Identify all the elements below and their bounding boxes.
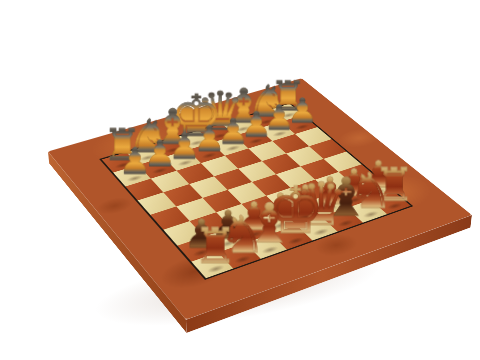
piece-glyph-rook: ♜	[194, 223, 238, 269]
piece-glyph-pawn: ♟	[119, 145, 151, 179]
product-photo-stage: ♜♞♝♛♚♝♞♜♟♟♟♟♟♟♟♟♟♟♟♟♟♟♟♟♜♞♝♛♚♝♞♜	[0, 0, 480, 360]
